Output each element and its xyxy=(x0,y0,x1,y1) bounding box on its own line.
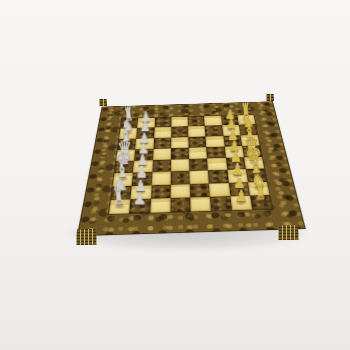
board-3d: ♜♞♝♛♚♝♞♜♟♟♟♟♟♟♟♟♟♟♟♟♟♟♟♟♜♞♝♛♚♝♞♜ xyxy=(77,101,306,236)
silver-pawn-glyph: ♟ xyxy=(134,192,147,206)
silver-rook-glyph: ♜ xyxy=(112,185,125,208)
chess-set-photo: ♜♞♝♛♚♝♞♜♟♟♟♟♟♟♟♟♟♟♟♟♟♟♟♟♜♞♝♛♚♝♞♜ xyxy=(0,0,350,350)
board-foot-near-left xyxy=(76,229,98,246)
board-foot-near-right xyxy=(278,225,300,241)
board-scene: ♜♞♝♛♚♝♞♜♟♟♟♟♟♟♟♟♟♟♟♟♟♟♟♟♜♞♝♛♚♝♞♜ xyxy=(88,58,290,260)
pieces-layer: ♜♞♝♛♚♝♞♜♟♟♟♟♟♟♟♟♟♟♟♟♟♟♟♟♜♞♝♛♚♝♞♜ xyxy=(77,101,306,236)
gold-pawn-glyph: ♟ xyxy=(234,189,247,203)
gold-rook-glyph: ♜ xyxy=(254,180,266,203)
